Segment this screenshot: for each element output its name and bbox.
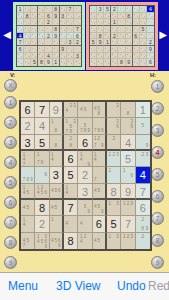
thumb-cell-r3c5: 2 [45, 19, 52, 26]
h-button-3[interactable]: 3 [151, 124, 164, 137]
h-button-9[interactable]: 9 [151, 256, 164, 269]
thumb-cell-r6c9: 2 [147, 39, 154, 46]
cell-r1c4[interactable]: 234 [64, 102, 78, 118]
cell-r8c4[interactable]: 4 [64, 216, 78, 232]
thumb-cell-r7c4 [38, 46, 45, 53]
given-digit: 7 [64, 200, 77, 215]
thumb-cell-r3c4 [38, 19, 45, 26]
v-button-7[interactable]: 7 [4, 216, 17, 229]
cell-r8c2[interactable]: 2 [35, 216, 49, 232]
h-button-7[interactable]: 7 [151, 212, 164, 225]
thumb-cell-r4c1 [17, 26, 24, 33]
next-board-arrow[interactable]: ▶ [157, 28, 169, 42]
cell-r4c5[interactable]: 149 [78, 151, 92, 167]
cell-r2c2[interactable]: 4 [35, 118, 49, 134]
v-button-1[interactable]: 1 [4, 96, 17, 109]
given-digit: 5 [35, 135, 48, 149]
thumb-cell-r2c4 [111, 13, 118, 20]
cell-r8c1[interactable]: 14 [21, 216, 35, 232]
cell-r8c6[interactable]: 6 [93, 216, 107, 232]
candidate-marks: 6 [35, 167, 48, 182]
thumb-cell-r7c1: 6 [17, 46, 24, 53]
cell-r6c2[interactable]: 12456 [35, 184, 49, 200]
thumb-cell-r8c6 [126, 53, 133, 60]
cell-r8c3[interactable]: 1 [50, 216, 64, 232]
thumb-cell-r1c5 [118, 6, 125, 13]
cell-r3c9[interactable]: 9 [136, 135, 150, 151]
thumb-cell-r8c8 [67, 53, 74, 60]
thumb-cell-r6c2 [24, 39, 31, 46]
cell-r3c7[interactable]: 2 [107, 135, 121, 151]
thumb-cell-r9c2 [24, 59, 31, 66]
thumb-cell-r3c8 [140, 19, 147, 26]
thumb-cell-r7c6 [126, 46, 133, 53]
candidate-marks: 4569 [50, 233, 62, 249]
thumb-cell-r2c1 [90, 13, 97, 20]
entered-digit: 5 [121, 151, 134, 166]
entered-digit: 9 [121, 184, 134, 198]
candidate-marks: 45 [78, 102, 91, 117]
thumb-cell-r2c6: 8 [126, 13, 133, 20]
thumb-cell-r5c5: 2 [45, 33, 52, 40]
cell-r6c7[interactable]: 8 [107, 184, 121, 200]
cell-r1c1[interactable]: 6 [21, 102, 35, 118]
thumb-cell-r3c3 [31, 19, 38, 26]
thumb-cell-r7c7: 9 [60, 46, 67, 53]
mini-grid: 1878693287429673269435891 [16, 5, 82, 67]
thumb-cell-r1c8: 7 [67, 6, 74, 13]
cell-r5c7[interactable]: 1 [107, 167, 121, 183]
thumb-cell-r7c5 [45, 46, 52, 53]
candidate-marks: 4 [78, 216, 91, 231]
thumb-cell-r7c8 [67, 46, 74, 53]
cell-r9c5[interactable]: 124 [78, 233, 92, 249]
cell-r3c3[interactable]: 8 [50, 135, 64, 151]
thumb-cell-r5c3 [31, 33, 38, 40]
v-button-2[interactable]: 2 [4, 116, 17, 129]
v-button-6[interactable]: 6 [4, 196, 17, 209]
entered-digit: 6 [136, 200, 150, 215]
cell-r2c1[interactable]: 2 [21, 118, 35, 134]
thumb-cell-r4c4 [111, 26, 118, 33]
given-digit: 6 [93, 216, 105, 231]
candidate-marks: 1279 [93, 135, 105, 149]
selected-cell-value: 4 [136, 167, 150, 182]
cell-r3c8[interactable]: 4 [121, 135, 135, 151]
thumb-cell-r3c6 [53, 19, 60, 26]
cell-r9c6[interactable]: 45 [93, 233, 107, 249]
thumb-cell-r8c2 [24, 53, 31, 60]
cell-r4c3[interactable]: 14 [50, 151, 64, 167]
candidate-marks: 459 [93, 200, 105, 215]
thumb-cell-r3c1 [90, 19, 97, 26]
thumb-cell-r7c9: 9 [147, 46, 154, 53]
cell-r7c3[interactable]: 45 [50, 200, 64, 216]
cell-r8c5[interactable]: 4 [78, 216, 92, 232]
thumb-cell-r3c9 [147, 19, 154, 26]
thumb-cell-r9c1 [90, 59, 97, 66]
thumb-cell-r5c3 [104, 33, 111, 40]
thumb-cell-r5c1: 4 [17, 33, 24, 40]
thumb-cell-r9c8 [67, 59, 74, 66]
cell-r6c8[interactable]: 9 [121, 184, 135, 200]
thumb-cell-r1c6 [126, 6, 133, 13]
cell-r9c3[interactable]: 4569 [50, 233, 64, 249]
candidate-marks: 12456 [35, 184, 48, 198]
thumb-cell-r9c1 [17, 59, 24, 66]
cell-r1c6[interactable]: 458 [93, 102, 107, 118]
cell-r7c6[interactable]: 459 [93, 200, 107, 216]
cell-r4c7[interactable]: 123 [107, 151, 121, 167]
thumb-cell-r4c9: 7 [74, 26, 81, 33]
cell-r8c8[interactable]: 7 [121, 216, 135, 232]
thumb-cell-r5c1 [90, 33, 97, 40]
thumb-cell-r5c7 [60, 33, 67, 40]
thumb-cell-r8c1 [17, 53, 24, 60]
thumb-cell-r2c1 [17, 13, 24, 20]
thumb-cell-r4c8 [67, 26, 74, 33]
candidate-marks: 8 [121, 102, 134, 117]
thumb-cell-r8c4 [111, 53, 118, 60]
thumb-cell-r6c8: 3 [67, 39, 74, 46]
thumb-cell-r1c8 [140, 6, 147, 13]
thumb-cell-r3c7 [60, 19, 67, 26]
thumb-cell-r1c2 [24, 6, 31, 13]
cell-r8c9[interactable]: 289 [136, 216, 150, 232]
thumb-cell-r8c9: 3 [74, 53, 81, 60]
v-button-3[interactable]: 3 [4, 136, 17, 149]
thumb-cell-r6c1: 5 [90, 39, 97, 46]
thumb-cell-r7c9 [74, 46, 81, 53]
cell-r5c9[interactable]: 4 [136, 167, 150, 183]
thumb-cell-r5c6 [126, 33, 133, 40]
cell-r3c2[interactable]: 5 [35, 135, 49, 151]
thumb-cell-r4c9 [147, 26, 154, 33]
cell-r9c4[interactable]: 8 [64, 233, 78, 249]
thumb-cell-r5c9: 6 [74, 33, 81, 40]
cell-r1c7[interactable]: 3 [107, 102, 121, 118]
entered-digit: 8 [107, 184, 120, 198]
h-label: H: [150, 72, 156, 78]
h-button-8[interactable]: 8 [151, 234, 164, 247]
thumb-cell-r8c4 [38, 53, 45, 60]
undo-button[interactable]: Undo [117, 279, 146, 293]
thumb-cell-r9c4: 8 [38, 59, 45, 66]
thumb-cell-r1c1 [90, 6, 97, 13]
cell-r5c6[interactable]: 7 [93, 167, 107, 183]
cell-r1c3[interactable]: 9 [50, 102, 64, 118]
thumb-cell-r8c5: 4 [45, 53, 52, 60]
cell-r3c1[interactable]: 3 [21, 135, 35, 151]
given-digit: 6 [21, 102, 34, 117]
candidate-marks: 16 [121, 167, 134, 182]
v-button-9[interactable]: 9 [4, 256, 17, 269]
v-button-4[interactable]: 4 [4, 156, 17, 169]
given-digit: 8 [35, 200, 48, 215]
h-button-1[interactable]: 1 [151, 80, 164, 93]
entered-digit: 7 [136, 184, 150, 198]
given-digit: 3 [21, 135, 34, 149]
board-selector-bar: ◀ ▶ 1878693287429673269435891 3524815826… [0, 0, 169, 71]
cell-r6c9[interactable]: 7 [136, 184, 150, 200]
thumb-cell-r1c4: 2 [111, 6, 118, 13]
candidate-marks: 36 [121, 118, 134, 133]
candidate-marks: 4 [64, 216, 77, 231]
given-digit: 7 [35, 102, 48, 117]
cell-r1c5[interactable]: 45 [78, 102, 92, 118]
candidate-marks: 9 [136, 135, 150, 149]
cell-r7c8[interactable]: 123 [121, 200, 135, 216]
cell-r5c3[interactable]: 3 [50, 167, 64, 183]
thumb-cell-r9c8 [140, 59, 147, 66]
thumb-cell-r1c7 [60, 6, 67, 13]
thumb-cell-r6c3: 1 [104, 39, 111, 46]
h-button-5[interactable]: 5 [151, 168, 164, 181]
entered-digit: 2 [35, 216, 48, 231]
cell-r7c5[interactable]: 59 [78, 200, 92, 216]
cell-r9c2[interactable]: 134569 [35, 233, 49, 249]
cell-r2c3[interactable]: 18 [50, 118, 64, 134]
cell-r5c1[interactable]: 789 [21, 167, 35, 183]
candidate-marks: 147 [21, 151, 34, 166]
thumb-cell-r9c2 [97, 59, 104, 66]
thumb-cell-r4c2 [24, 26, 31, 33]
thumb-cell-r7c7 [133, 46, 140, 53]
menu-button[interactable]: Menu [8, 279, 38, 293]
given-digit: 6 [78, 135, 91, 149]
board-thumbnail-right[interactable]: 352481582659129896 [86, 2, 158, 70]
thumb-cell-r3c1 [17, 19, 24, 26]
thumb-cell-r8c1 [90, 53, 97, 60]
cell-r6c4[interactable]: 14 [64, 184, 78, 200]
given-digit: 5 [64, 167, 77, 182]
cell-r7c9[interactable]: 6 [136, 200, 150, 216]
prev-board-arrow[interactable]: ◀ [1, 28, 13, 42]
cell-r3c5[interactable]: 6 [78, 135, 92, 151]
thumb-cell-r9c7 [133, 59, 140, 66]
thumb-cell-r2c4 [38, 13, 45, 20]
thumb-cell-r6c6 [53, 39, 60, 46]
candidate-marks: 3 [107, 102, 120, 117]
candidate-marks: 789 [21, 167, 34, 182]
thumb-cell-r3c3 [104, 19, 111, 26]
thumb-cell-r3c4: 1 [111, 19, 118, 26]
given-digit: 3 [50, 167, 62, 182]
thumb-cell-r4c4 [38, 26, 45, 33]
cell-r2c9[interactable]: 5 [136, 118, 150, 134]
thumb-cell-r6c6 [126, 39, 133, 46]
candidate-marks: 134569 [35, 233, 48, 249]
thumb-cell-r9c3: 5 [31, 59, 38, 66]
redo-button[interactable]: Redo [148, 279, 169, 293]
entered-digit: 2 [78, 167, 91, 182]
cell-r5c8[interactable]: 16 [121, 167, 135, 183]
cell-r2c4[interactable]: 13578 [64, 118, 78, 134]
cell-r4c1[interactable]: 147 [21, 151, 35, 167]
thumb-cell-r2c2: 8 [24, 13, 31, 20]
cell-r9c1[interactable]: 457 [21, 233, 35, 249]
cell-r4c8[interactable]: 5 [121, 151, 135, 167]
thumb-cell-r1c7 [133, 6, 140, 13]
thumb-cell-r3c2 [97, 19, 104, 26]
thumb-cell-r6c2: 9 [97, 39, 104, 46]
given-digit: 5 [107, 216, 120, 231]
cell-r3c6[interactable]: 1279 [93, 135, 107, 151]
thumb-cell-r4c1 [90, 26, 97, 33]
thumb-cell-r4c5 [45, 26, 52, 33]
thumb-cell-r8c5 [118, 53, 125, 60]
thumb-cell-r3c2 [24, 19, 31, 26]
candidate-marks: 234 [64, 102, 77, 117]
thumb-cell-r6c5 [45, 39, 52, 46]
thumb-cell-r3c7 [133, 19, 140, 26]
candidate-marks: 5789 [78, 118, 91, 133]
h-button-6[interactable]: 6 [151, 190, 164, 203]
thumb-cell-r4c7 [60, 26, 67, 33]
candidate-marks: 1 [107, 167, 120, 182]
thumb-cell-r1c1: 1 [17, 6, 24, 13]
thumb-cell-r1c5 [45, 6, 52, 13]
thumb-cell-r6c8 [140, 39, 147, 46]
cell-r2c7[interactable]: 36 [107, 118, 121, 134]
candidate-marks: 458 [93, 102, 105, 117]
entered-digit: 2 [21, 118, 34, 133]
cell-r9c9[interactable]: 2 [136, 233, 150, 249]
candidate-marks: 45 [93, 233, 105, 249]
cell-r3c4[interactable]: 28 [64, 135, 78, 151]
thumb-cell-r8c8 [140, 53, 147, 60]
h-button-2[interactable]: 2 [151, 102, 164, 115]
cell-r1c9[interactable]: 1 [136, 102, 150, 118]
thumb-cell-r7c4 [111, 46, 118, 53]
entered-digit: 7 [121, 216, 134, 231]
mini-grid: 352481582659129896 [89, 5, 155, 67]
thumb-cell-r5c6: 9 [53, 33, 60, 40]
sudoku-app: ◀ ▶ 1878693287429673269435891 3524815826… [0, 0, 169, 300]
candidate-marks: 2 [107, 135, 120, 149]
candidate-marks: 18 [50, 118, 62, 133]
thumb-cell-r6c5 [118, 39, 125, 46]
thumb-cell-r2c2 [97, 13, 104, 20]
candidate-marks: 36 [107, 118, 120, 133]
cell-r4c9[interactable]: 23 [136, 151, 150, 167]
candidate-marks: 14 [21, 216, 34, 231]
thumb-cell-r5c7: 6 [133, 33, 140, 40]
cell-r6c1[interactable]: 145 [21, 184, 35, 200]
v-button-8[interactable]: 8 [4, 236, 17, 249]
candidate-marks: 28 [64, 135, 77, 149]
given-digit: 6 [64, 151, 77, 166]
thumb-cell-r7c8 [140, 46, 147, 53]
thumb-cell-r8c3 [31, 53, 38, 60]
thumb-cell-r4c6 [126, 26, 133, 33]
cell-r9c8[interactable]: 123 [121, 233, 135, 249]
candidate-marks: 45 [21, 200, 34, 215]
board-thumbnail-left[interactable]: 1878693287429673269435891 [13, 2, 85, 70]
thumb-cell-r6c1: 7 [17, 39, 24, 46]
cell-r8c7[interactable]: 5 [107, 216, 121, 232]
candidate-marks: 59 [78, 200, 91, 215]
candidate-marks: 1 [50, 216, 62, 231]
candidate-marks: 457 [21, 233, 34, 249]
thumb-cell-r5c8 [140, 33, 147, 40]
thumb-cell-r8c6 [53, 53, 60, 60]
cell-r2c8[interactable]: 36 [121, 118, 135, 134]
cell-r7c4[interactable]: 7 [64, 200, 78, 216]
3d-view-button[interactable]: 3D View [56, 279, 100, 293]
thumb-cell-r9c6: 9 [126, 59, 133, 66]
candidate-marks: 789 [93, 118, 105, 133]
cell-r5c2[interactable]: 6 [35, 167, 49, 183]
cell-r2c6[interactable]: 789 [93, 118, 107, 134]
thumb-cell-r9c9 [74, 59, 81, 66]
candidate-marks: 8 [50, 135, 62, 149]
thumb-cell-r2c5 [118, 13, 125, 20]
candidate-marks: 7 [93, 167, 105, 182]
given-digit: 8 [64, 233, 77, 249]
thumb-cell-r6c3 [31, 39, 38, 46]
thumb-cell-r7c6 [53, 46, 60, 53]
cell-r6c6[interactable]: 45 [93, 184, 107, 200]
thumb-cell-r9c6: 1 [53, 59, 60, 66]
entered-digit: 4 [121, 135, 134, 149]
thumb-cell-r8c7 [133, 53, 140, 60]
cell-r7c7[interactable]: 13 [107, 200, 121, 216]
thumb-cell-r6c4 [111, 39, 118, 46]
thumb-cell-r4c6: 8 [53, 26, 60, 33]
main-sudoku-board: 6792344545838124181357857897893636535828… [19, 100, 152, 251]
candidate-marks: 149 [78, 151, 91, 166]
candidate-marks: 45 [50, 200, 62, 215]
cell-r2c5[interactable]: 5789 [78, 118, 92, 134]
thumb-cell-r2c7 [133, 13, 140, 20]
cell-r4c2[interactable]: 178 [35, 151, 49, 167]
thumb-cell-r5c2 [24, 33, 31, 40]
thumb-cell-r2c9 [74, 13, 81, 20]
entered-digit: 1 [136, 102, 150, 117]
v-label: V: [10, 72, 15, 78]
thumb-cell-r9c5: 8 [118, 59, 125, 66]
cell-r9c7[interactable]: 13 [107, 233, 121, 249]
cell-r4c4[interactable]: 6 [64, 151, 78, 167]
v-button-x[interactable]: X [4, 79, 17, 92]
thumb-cell-r1c9 [74, 6, 81, 13]
thumb-cell-r4c3 [104, 26, 111, 33]
h-button-4[interactable]: 4 [151, 146, 164, 159]
entered-digit: 4 [35, 118, 48, 133]
thumb-cell-r5c9 [147, 33, 154, 40]
thumb-cell-r1c3: 5 [104, 6, 111, 13]
cell-r6c3[interactable]: 456 [50, 184, 64, 200]
v-button-5[interactable]: 5 [4, 176, 17, 189]
candidate-marks: 124 [78, 233, 91, 249]
thumb-cell-r1c9: 4 [147, 6, 154, 13]
cell-r7c2[interactable]: 8 [35, 200, 49, 216]
cell-r1c2[interactable]: 7 [35, 102, 49, 118]
thumb-cell-r1c6: 8 [53, 6, 60, 13]
candidate-marks: 13578 [64, 118, 77, 133]
cell-r5c5[interactable]: 2 [78, 167, 92, 183]
cell-r7c1[interactable]: 45 [21, 200, 35, 216]
thumb-cell-r8c9 [147, 53, 154, 60]
cell-r5c4[interactable]: 5 [64, 167, 78, 183]
thumb-cell-r2c7: 3 [60, 13, 67, 20]
thumb-cell-r7c2 [24, 46, 31, 53]
thumb-cell-r8c7 [60, 53, 67, 60]
cell-r6c5[interactable]: 3 [78, 184, 92, 200]
cell-r1c8[interactable]: 8 [121, 102, 135, 118]
cell-r4c6[interactable]: 14 [93, 151, 107, 167]
